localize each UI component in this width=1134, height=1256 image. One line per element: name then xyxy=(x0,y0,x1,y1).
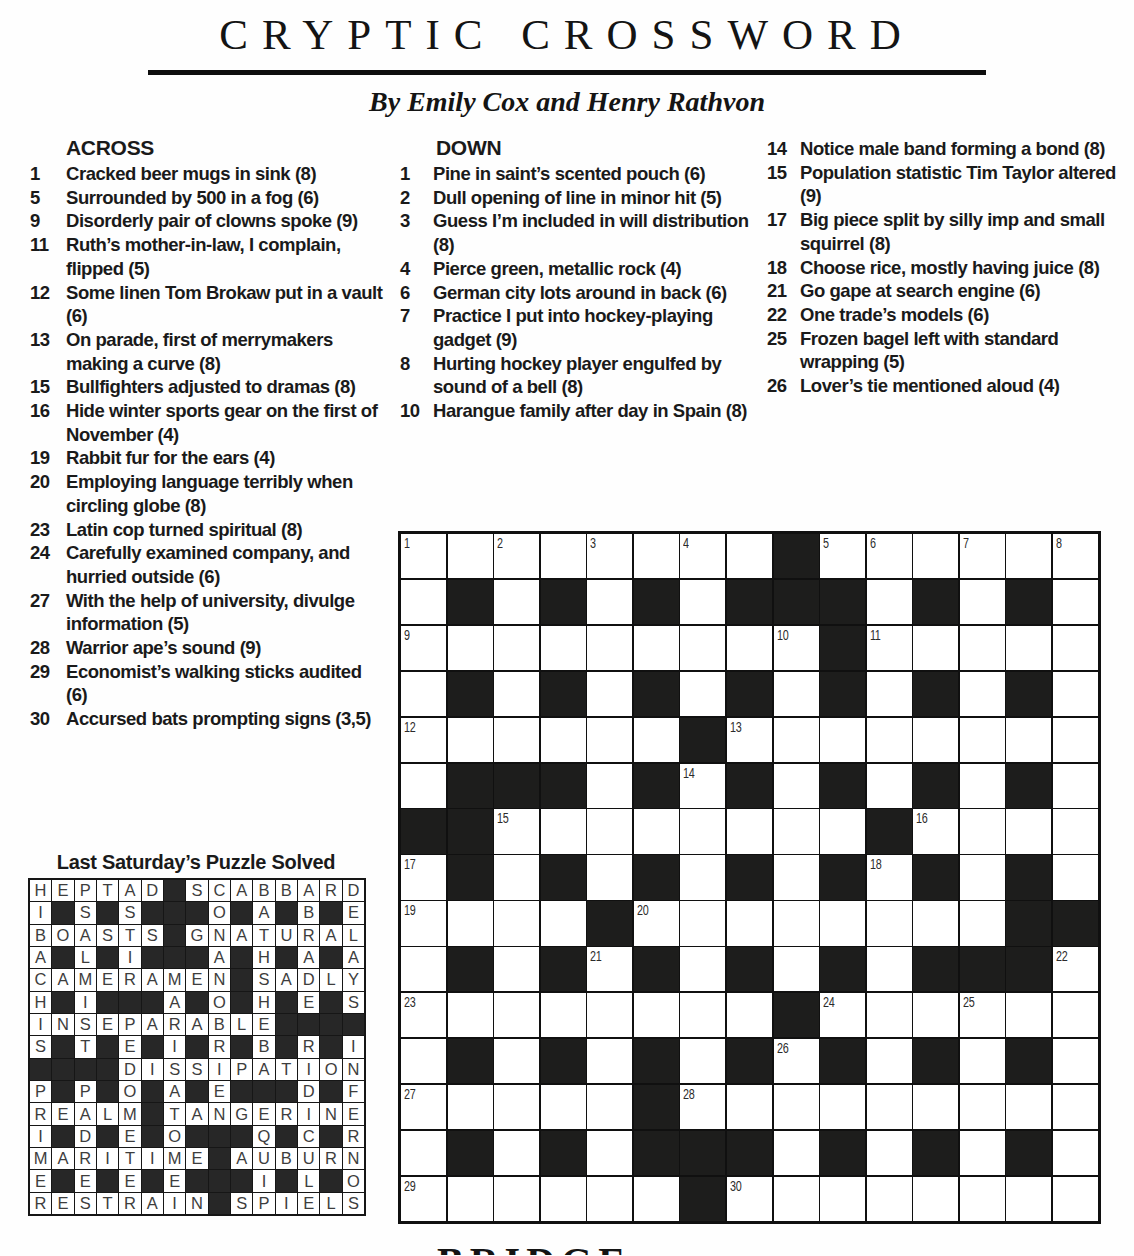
grid-cell-r6c12[interactable] xyxy=(960,809,1005,853)
solution-letter: A xyxy=(147,1015,158,1034)
grid-cell-r6c3[interactable] xyxy=(541,809,586,853)
black-cell xyxy=(320,992,341,1013)
grid-cell-r9c8[interactable] xyxy=(774,947,819,991)
grid-cell-r0c14: D xyxy=(343,880,364,901)
black-cell xyxy=(97,1059,118,1080)
grid-cell-r4c3[interactable] xyxy=(541,718,586,762)
black-cell xyxy=(820,626,865,670)
grid-cell-r13c4[interactable] xyxy=(587,1131,632,1175)
solution-letter: P xyxy=(80,881,91,900)
solution-letter: R xyxy=(169,1015,181,1034)
black-cell xyxy=(231,947,252,968)
grid-cell-r10c0[interactable]: 23 xyxy=(401,993,446,1037)
black-cell xyxy=(320,1081,341,1102)
solution-letter: N xyxy=(57,1015,69,1034)
grid-cell-r2c5[interactable] xyxy=(634,626,679,670)
grid-cell-r6c6[interactable] xyxy=(680,809,725,853)
solution-letter: B xyxy=(281,881,292,900)
black-cell xyxy=(727,1039,772,1083)
grid-cell-r4c5[interactable] xyxy=(634,718,679,762)
grid-cell-r12c6[interactable]: 28 xyxy=(680,1085,725,1129)
grid-cell-r2c1: O xyxy=(52,925,73,946)
grid-cell-r7c2[interactable] xyxy=(494,855,539,899)
solution-letter: I xyxy=(351,1037,356,1056)
black-cell xyxy=(320,1014,341,1035)
grid-cell-r10c9[interactable]: 24 xyxy=(820,993,865,1037)
grid-cell-r2c14[interactable] xyxy=(1053,626,1098,670)
grid-cell-r8c8: I xyxy=(209,1059,230,1080)
grid-cell-r12c14: N xyxy=(343,1148,364,1169)
grid-cell-r8c11[interactable] xyxy=(913,901,958,945)
grid-cell-r7c8[interactable] xyxy=(774,855,819,899)
solution-letter: T xyxy=(103,881,113,900)
grid-cell-r8c6[interactable] xyxy=(680,901,725,945)
clue-text: Bullfighters adjusted to dramas (8) xyxy=(66,375,386,399)
grid-cell-r3c8[interactable] xyxy=(774,672,819,716)
solution-letter: R xyxy=(213,1037,225,1056)
grid-cell-r6c8[interactable] xyxy=(774,809,819,853)
grid-cell-r10c12[interactable]: 25 xyxy=(960,993,1005,1037)
grid-cell-r8c8[interactable] xyxy=(774,901,819,945)
grid-cell-r11c6[interactable] xyxy=(680,1039,725,1083)
grid-cell-r10c10: E xyxy=(253,1103,274,1124)
grid-cell-r3c0[interactable] xyxy=(401,672,446,716)
grid-cell-r14c2[interactable] xyxy=(494,1177,539,1221)
solved-puzzle-grid: HEPTADSCABBARDISSOABEBOASTSGNATURALALIAH… xyxy=(28,878,366,1216)
grid-cell-r13c10[interactable] xyxy=(867,1131,912,1175)
solution-letter: A xyxy=(57,970,68,989)
clue-down-10: 10Harangue family after day in Spain (8) xyxy=(400,399,754,423)
clue-number: 2 xyxy=(400,186,433,210)
grid-cell-r3c14[interactable] xyxy=(1053,672,1098,716)
grid-cell-r7c4[interactable] xyxy=(587,855,632,899)
grid-cell-r6c4[interactable] xyxy=(587,809,632,853)
black-cell xyxy=(231,1036,252,1057)
clue-text: Dull opening of line in minor hit (5) xyxy=(433,186,754,210)
grid-cell-r13c0[interactable] xyxy=(401,1131,446,1175)
solution-letter: S xyxy=(80,1194,91,1213)
grid-cell-r2c3[interactable] xyxy=(541,626,586,670)
black-cell xyxy=(727,764,772,808)
grid-cell-r4c10[interactable] xyxy=(867,718,912,762)
grid-cell-r10c4[interactable] xyxy=(587,993,632,1037)
grid-cell-r14c4[interactable] xyxy=(587,1177,632,1221)
grid-cell-r7c12[interactable] xyxy=(960,855,1005,899)
grid-cell-r12c10: U xyxy=(253,1148,274,1169)
grid-cell-r11c14[interactable] xyxy=(1053,1039,1098,1083)
clue-number: 20 xyxy=(30,470,66,517)
black-cell xyxy=(97,1126,118,1147)
grid-cell-r2c8[interactable]: 10 xyxy=(774,626,819,670)
grid-cell-r11c8[interactable]: 26 xyxy=(774,1039,819,1083)
clue-number: 7 xyxy=(400,304,433,351)
grid-cell-r9c14[interactable]: 22 xyxy=(1053,947,1098,991)
grid-cell-r14c1[interactable] xyxy=(448,1177,493,1221)
grid-cell-r14c8[interactable] xyxy=(774,1177,819,1221)
grid-cell-r5c12[interactable] xyxy=(960,764,1005,808)
grid-cell-r10c6[interactable] xyxy=(680,993,725,1037)
grid-cell-r2c1[interactable] xyxy=(448,626,493,670)
grid-cell-r7c6[interactable] xyxy=(680,855,725,899)
grid-cell-r13c10: I xyxy=(253,1170,274,1191)
clue-text: Accursed bats prompting signs (3,5) xyxy=(66,707,386,731)
solution-letter: D xyxy=(79,1127,91,1146)
black-cell xyxy=(97,947,118,968)
grid-cell-r12c11[interactable] xyxy=(913,1085,958,1129)
solution-letter: C xyxy=(35,970,47,989)
grid-cell-r4c11[interactable] xyxy=(913,718,958,762)
grid-cell-r14c3[interactable] xyxy=(541,1177,586,1221)
grid-cell-r13c8[interactable] xyxy=(774,1131,819,1175)
grid-cell-r12c2[interactable] xyxy=(494,1085,539,1129)
grid-cell-r4c2[interactable] xyxy=(494,718,539,762)
grid-cell-r2c13[interactable] xyxy=(1006,626,1051,670)
solution-letter: P xyxy=(35,1082,46,1101)
grid-cell-r7c12: R xyxy=(298,1036,319,1057)
solution-letter: S xyxy=(124,903,135,922)
grid-cell-r0c6[interactable]: 4 xyxy=(680,534,725,578)
grid-cell-r2c14: L xyxy=(343,925,364,946)
grid-cell-r12c1[interactable] xyxy=(448,1085,493,1129)
grid-cell-r7c10[interactable]: 18 xyxy=(867,855,912,899)
grid-cell-r0c9: A xyxy=(231,880,252,901)
black-cell xyxy=(253,1081,274,1102)
grid-cell-r4c12[interactable] xyxy=(960,718,1005,762)
grid-cell-r4c14[interactable] xyxy=(1053,718,1098,762)
solution-letter: A xyxy=(80,926,91,945)
grid-cell-r1c14[interactable] xyxy=(1053,580,1098,624)
grid-cell-r3c2[interactable] xyxy=(494,672,539,716)
grid-cell-r9c0[interactable] xyxy=(401,947,446,991)
grid-cell-r9c4: O xyxy=(119,1081,140,1102)
clue-down-7: 7Practice I put into hockey-playing gadg… xyxy=(400,304,754,351)
grid-cell-r1c6[interactable] xyxy=(680,580,725,624)
grid-cell-r12c12: U xyxy=(298,1148,319,1169)
black-cell xyxy=(1006,580,1051,624)
grid-cell-r8c10[interactable] xyxy=(867,901,912,945)
solution-letter: R xyxy=(79,1149,91,1168)
black-cell xyxy=(820,1039,865,1083)
grid-cell-r0c14[interactable]: 8 xyxy=(1053,534,1098,578)
grid-cell-r8c5[interactable]: 20 xyxy=(634,901,679,945)
grid-cell-r12c3: I xyxy=(97,1148,118,1169)
grid-cell-r14c9[interactable] xyxy=(820,1177,865,1221)
grid-cell-r13c12[interactable] xyxy=(960,1131,1005,1175)
grid-cell-r8c3[interactable] xyxy=(541,901,586,945)
grid-cell-r5c6[interactable]: 14 xyxy=(680,764,725,808)
grid-cell-r2c11[interactable] xyxy=(913,626,958,670)
grid-cell-r10c14[interactable] xyxy=(1053,993,1098,1037)
grid-cell-r12c4[interactable] xyxy=(587,1085,632,1129)
grid-cell-r7c0[interactable]: 17 xyxy=(401,855,446,899)
solution-letter: I xyxy=(262,1172,267,1191)
grid-cell-r12c3[interactable] xyxy=(541,1085,586,1129)
grid-cell-r0c12: A xyxy=(298,880,319,901)
grid-cell-r5c14[interactable] xyxy=(1053,764,1098,808)
solution-letter: I xyxy=(128,948,133,967)
grid-cell-r12c10[interactable] xyxy=(867,1085,912,1129)
grid-cell-r4c0[interactable]: 12 xyxy=(401,718,446,762)
grid-cell-r10c1[interactable] xyxy=(448,993,493,1037)
grid-cell-r0c1[interactable] xyxy=(448,534,493,578)
solution-letter: E xyxy=(303,1194,314,1213)
grid-cell-r12c12[interactable] xyxy=(960,1085,1005,1129)
solution-letter: O xyxy=(347,1172,360,1191)
grid-cell-r10c6: T xyxy=(164,1103,185,1124)
grid-cell-r14c12[interactable] xyxy=(960,1177,1005,1221)
black-cell xyxy=(209,1126,230,1147)
grid-cell-r3c12: A xyxy=(298,947,319,968)
grid-cell-r0c0[interactable]: 1 xyxy=(401,534,446,578)
grid-cell-r12c14[interactable] xyxy=(1053,1085,1098,1129)
grid-cell-r4c10: S xyxy=(253,969,274,990)
grid-cell-r2c10[interactable]: 11 xyxy=(867,626,912,670)
black-cell xyxy=(634,672,679,716)
grid-cell-r11c0: I xyxy=(30,1126,51,1147)
solution-letter: H xyxy=(258,948,270,967)
grid-cell-r1c0[interactable] xyxy=(401,580,446,624)
grid-cell-r8c13: O xyxy=(320,1059,341,1080)
black-cell xyxy=(164,880,185,901)
cell-number-5: 5 xyxy=(823,535,829,550)
grid-cell-r12c13[interactable] xyxy=(1006,1085,1051,1129)
grid-cell-r6c2[interactable]: 15 xyxy=(494,809,539,853)
grid-cell-r11c2[interactable] xyxy=(494,1039,539,1083)
grid-cell-r3c12[interactable] xyxy=(960,672,1005,716)
clue-number: 4 xyxy=(400,257,433,281)
grid-cell-r14c10[interactable] xyxy=(867,1177,912,1221)
grid-cell-r0c3[interactable] xyxy=(541,534,586,578)
grid-cell-r10c1: E xyxy=(52,1103,73,1124)
cell-number-29: 29 xyxy=(404,1178,415,1193)
grid-cell-r14c14[interactable] xyxy=(1053,1177,1098,1221)
black-cell xyxy=(164,947,185,968)
grid-cell-r0c13[interactable] xyxy=(1006,534,1051,578)
grid-cell-r14c0[interactable]: 29 xyxy=(401,1177,446,1221)
grid-cell-r14c13[interactable] xyxy=(1006,1177,1051,1221)
grid-cell-r4c13: L xyxy=(320,969,341,990)
grid-cell-r0c13: R xyxy=(320,880,341,901)
solution-letter: E xyxy=(259,1105,270,1124)
grid-cell-r2c6[interactable] xyxy=(680,626,725,670)
grid-cell-r8c14: N xyxy=(343,1059,364,1080)
grid-cell-r10c13[interactable] xyxy=(1006,993,1051,1037)
down-clue-list: 1Pine in saint’s scented pouch (6)2Dull … xyxy=(400,162,754,423)
clue-across-28: 28Warrior ape’s sound (9) xyxy=(30,636,386,660)
grid-cell-r8c1[interactable] xyxy=(448,901,493,945)
clue-number: 24 xyxy=(30,541,66,588)
grid-cell-r0c10[interactable]: 6 xyxy=(867,534,912,578)
grid-cell-r9c6[interactable] xyxy=(680,947,725,991)
grid-cell-r4c0: C xyxy=(30,969,51,990)
black-cell xyxy=(52,1081,73,1102)
grid-cell-r7c14[interactable] xyxy=(1053,855,1098,899)
clue-text: Latin cop turned spiritual (8) xyxy=(66,518,386,542)
solution-letter: O xyxy=(213,993,226,1012)
grid-cell-r1c10[interactable] xyxy=(867,580,912,624)
solution-letter: A xyxy=(348,948,359,967)
clue-number: 16 xyxy=(30,399,66,446)
black-cell xyxy=(634,580,679,624)
grid-cell-r13c4: E xyxy=(119,1170,140,1191)
grid-cell-r8c7[interactable] xyxy=(727,901,772,945)
grid-cell-r3c10[interactable] xyxy=(867,672,912,716)
grid-cell-r11c4[interactable] xyxy=(587,1039,632,1083)
grid-cell-r10c2[interactable] xyxy=(494,993,539,1037)
grid-cell-r6c11[interactable]: 16 xyxy=(913,809,958,853)
grid-cell-r5c10[interactable] xyxy=(867,764,912,808)
solution-letter: I xyxy=(38,1127,43,1146)
solution-letter: G xyxy=(235,1105,248,1124)
grid-cell-r0c12[interactable]: 7 xyxy=(960,534,1005,578)
grid-cell-r4c8[interactable] xyxy=(774,718,819,762)
black-cell xyxy=(320,1126,341,1147)
solution-letter: A xyxy=(191,1105,202,1124)
grid-cell-r2c7[interactable] xyxy=(727,626,772,670)
grid-cell-r1c2: S xyxy=(75,902,96,923)
grid-cell-r0c5[interactable] xyxy=(634,534,679,578)
grid-cell-r4c4[interactable] xyxy=(587,718,632,762)
grid-cell-r2c2[interactable] xyxy=(494,626,539,670)
grid-cell-r5c4[interactable] xyxy=(587,764,632,808)
grid-cell-r9c10[interactable] xyxy=(867,947,912,991)
clue-text: Hurting hockey player engulfed by sound … xyxy=(433,352,754,399)
grid-cell-r8c2[interactable] xyxy=(494,901,539,945)
grid-cell-r13c2: E xyxy=(75,1170,96,1191)
solution-letter: P xyxy=(236,1060,247,1079)
grid-cell-r12c1: A xyxy=(52,1148,73,1169)
grid-cell-r10c11[interactable] xyxy=(913,993,958,1037)
solution-letter: A xyxy=(259,1060,270,1079)
grid-cell-r12c8[interactable] xyxy=(774,1085,819,1129)
grid-cell-r8c9[interactable] xyxy=(820,901,865,945)
clue-down-4: 4Pierce green, metallic rock (4) xyxy=(400,257,754,281)
solution-letter: L xyxy=(81,948,90,967)
black-cell xyxy=(913,580,958,624)
grid-cell-r11c10[interactable] xyxy=(867,1039,912,1083)
grid-cell-r4c7[interactable]: 13 xyxy=(727,718,772,762)
grid-cell-r13c14[interactable] xyxy=(1053,1131,1098,1175)
grid-cell-r2c0[interactable]: 9 xyxy=(401,626,446,670)
black-cell xyxy=(634,1131,679,1175)
grid-cell-r10c7[interactable] xyxy=(727,993,772,1037)
grid-cell-r12c5: I xyxy=(142,1148,163,1169)
black-cell xyxy=(142,1036,163,1057)
grid-cell-r0c2[interactable]: 2 xyxy=(494,534,539,578)
clue-across-27: 27With the help of university, divulge i… xyxy=(30,589,386,636)
grid-cell-r1c12[interactable] xyxy=(960,580,1005,624)
grid-cell-r14c11[interactable] xyxy=(913,1177,958,1221)
grid-cell-r14c5[interactable] xyxy=(634,1177,679,1221)
grid-cell-r13c14: O xyxy=(343,1170,364,1191)
grid-cell-r12c13: R xyxy=(320,1148,341,1169)
clue-number: 26 xyxy=(767,374,800,398)
grid-cell-r1c4[interactable] xyxy=(587,580,632,624)
clue-text: German city lots around in back (6) xyxy=(433,281,754,305)
solution-letter: O xyxy=(168,1127,181,1146)
grid-cell-r1c2[interactable] xyxy=(494,580,539,624)
grid-cell-r5c12: E xyxy=(298,992,319,1013)
solution-letter: R xyxy=(280,1105,292,1124)
grid-cell-r3c4[interactable] xyxy=(587,672,632,716)
grid-cell-r6c4: P xyxy=(119,1014,140,1035)
clue-across-12: 12Some linen Tom Brokaw put in a vault (… xyxy=(30,281,386,328)
grid-cell-r3c8: A xyxy=(209,947,230,968)
grid-cell-r12c0[interactable]: 27 xyxy=(401,1085,446,1129)
grid-cell-r4c13[interactable] xyxy=(1006,718,1051,762)
solution-letter: Y xyxy=(348,970,359,989)
grid-cell-r14c3: T xyxy=(97,1193,118,1214)
grid-cell-r0c11[interactable] xyxy=(913,534,958,578)
black-cell xyxy=(634,855,679,899)
grid-cell-r8c0[interactable]: 19 xyxy=(401,901,446,945)
grid-cell-r6c14[interactable] xyxy=(1053,809,1098,853)
grid-cell-r12c9[interactable] xyxy=(820,1085,865,1129)
grid-cell-r0c7[interactable] xyxy=(727,534,772,578)
grid-cell-r0c4[interactable]: 3 xyxy=(587,534,632,578)
grid-cell-r11c0[interactable] xyxy=(401,1039,446,1083)
black-cell xyxy=(448,855,493,899)
solution-letter: E xyxy=(102,1015,113,1034)
black-cell xyxy=(1006,947,1051,991)
grid-cell-r5c8[interactable] xyxy=(774,764,819,808)
black-cell xyxy=(727,855,772,899)
black-cell xyxy=(401,809,446,853)
grid-cell-r12c7[interactable] xyxy=(727,1085,772,1129)
grid-cell-r11c12[interactable] xyxy=(960,1039,1005,1083)
grid-cell-r5c0[interactable] xyxy=(401,764,446,808)
grid-cell-r2c12[interactable] xyxy=(960,626,1005,670)
black-cell xyxy=(276,1170,297,1191)
grid-cell-r4c9[interactable] xyxy=(820,718,865,762)
grid-cell-r13c2[interactable] xyxy=(494,1131,539,1175)
grid-cell-r6c7[interactable] xyxy=(727,809,772,853)
clue-number: 19 xyxy=(30,446,66,470)
grid-cell-r6c9[interactable] xyxy=(820,809,865,853)
grid-cell-r6c13[interactable] xyxy=(1006,809,1051,853)
grid-cell-r6c9: L xyxy=(231,1014,252,1035)
clue-text: Guess I’m included in will distribution … xyxy=(433,209,754,256)
solution-letter: O xyxy=(124,1082,137,1101)
clue-across-5: 5Surrounded by 500 in a fog (6) xyxy=(30,186,386,210)
grid-cell-r8c12[interactable] xyxy=(960,901,1005,945)
black-cell xyxy=(97,902,118,923)
grid-cell-r2c4[interactable] xyxy=(587,626,632,670)
cell-number-20: 20 xyxy=(637,902,648,917)
grid-cell-r1c4: S xyxy=(119,902,140,923)
solution-letter: I xyxy=(172,1037,177,1056)
solution-letter: N xyxy=(213,1105,225,1124)
grid-cell-r10c10[interactable] xyxy=(867,993,912,1037)
grid-cell-r9c2[interactable] xyxy=(494,947,539,991)
grid-cell-r10c3[interactable] xyxy=(541,993,586,1037)
grid-cell-r10c5[interactable] xyxy=(634,993,679,1037)
grid-cell-r3c10: H xyxy=(253,947,274,968)
grid-cell-r4c1[interactable] xyxy=(448,718,493,762)
grid-cell-r0c9[interactable]: 5 xyxy=(820,534,865,578)
grid-cell-r9c4[interactable]: 21 xyxy=(587,947,632,991)
grid-cell-r5c8: O xyxy=(209,992,230,1013)
cell-number-10: 10 xyxy=(777,627,788,642)
grid-cell-r3c6[interactable] xyxy=(680,672,725,716)
grid-cell-r6c5[interactable] xyxy=(634,809,679,853)
grid-cell-r14c7[interactable]: 30 xyxy=(727,1177,772,1221)
clue-across-9: 9Disorderly pair of clowns spoke (9) xyxy=(30,209,386,233)
black-cell xyxy=(119,992,140,1013)
black-cell xyxy=(231,902,252,923)
black-cell xyxy=(634,947,679,991)
clue-across-24: 24Carefully examined company, and hurrie… xyxy=(30,541,386,588)
